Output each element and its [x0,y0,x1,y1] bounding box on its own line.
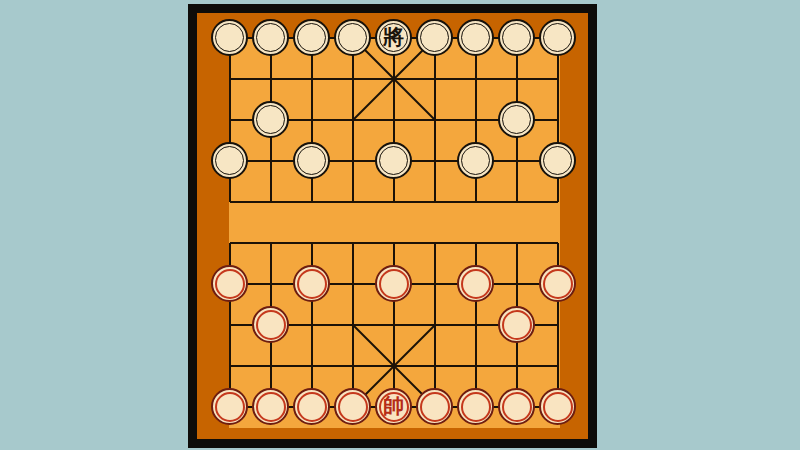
black-piece[interactable] [498,19,535,56]
red-piece[interactable] [539,265,576,302]
red-piece[interactable] [211,265,248,302]
xiangqi-board[interactable]: 將帥 [229,37,560,428]
red-piece[interactable] [211,388,248,425]
red-piece[interactable] [293,388,330,425]
piece-label: 帥 [383,396,404,417]
black-piece[interactable] [457,142,494,179]
red-general-piece[interactable]: 帥 [375,388,412,425]
black-piece[interactable] [498,101,535,138]
piece-label: 將 [383,27,404,48]
red-piece[interactable] [457,388,494,425]
black-piece[interactable] [293,142,330,179]
red-piece[interactable] [498,306,535,343]
red-piece[interactable] [252,306,289,343]
black-piece[interactable] [252,101,289,138]
red-piece[interactable] [416,388,453,425]
red-piece[interactable] [252,388,289,425]
black-piece[interactable] [375,142,412,179]
black-piece[interactable] [211,19,248,56]
screenshot-stage: 將帥 [0,0,800,450]
red-piece[interactable] [293,265,330,302]
black-piece[interactable] [293,19,330,56]
black-piece[interactable] [539,19,576,56]
black-piece[interactable] [211,142,248,179]
black-piece[interactable] [252,19,289,56]
red-piece[interactable] [539,388,576,425]
red-piece[interactable] [457,265,494,302]
black-piece[interactable] [457,19,494,56]
red-piece[interactable] [498,388,535,425]
black-general-piece[interactable]: 將 [375,19,412,56]
board-grid-lines [229,37,560,428]
red-piece[interactable] [334,388,371,425]
black-piece[interactable] [539,142,576,179]
red-piece[interactable] [375,265,412,302]
black-piece[interactable] [334,19,371,56]
black-piece[interactable] [416,19,453,56]
